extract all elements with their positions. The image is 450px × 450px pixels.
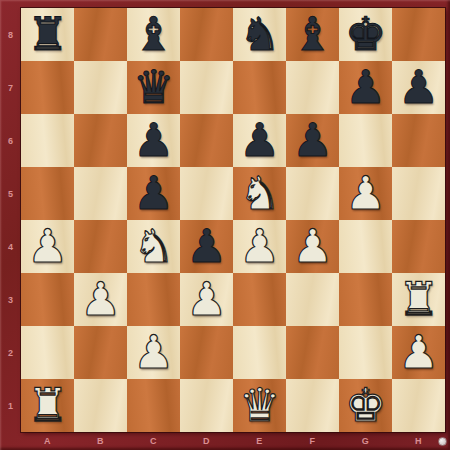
piece-black-pawn[interactable]: ♟ (239, 114, 280, 167)
piece-white-pawn[interactable]: ♟ (186, 273, 227, 326)
square-g7[interactable]: ♟ (339, 61, 392, 114)
file-label-f: F (286, 432, 339, 450)
square-e2[interactable] (233, 326, 286, 379)
file-label-g: G (339, 432, 392, 450)
rank-label-2: 2 (0, 326, 21, 379)
square-d4[interactable]: ♟ (180, 220, 233, 273)
square-c1[interactable] (127, 379, 180, 432)
square-h1[interactable] (392, 379, 445, 432)
square-e1[interactable]: ♛ (233, 379, 286, 432)
piece-black-king[interactable]: ♚ (345, 8, 386, 61)
square-d8[interactable] (180, 8, 233, 61)
square-c5[interactable]: ♟ (127, 167, 180, 220)
square-h5[interactable] (392, 167, 445, 220)
rank-label-3: 3 (0, 273, 21, 326)
square-a1[interactable]: ♜ (21, 379, 74, 432)
square-h7[interactable]: ♟ (392, 61, 445, 114)
square-g4[interactable] (339, 220, 392, 273)
piece-black-bishop[interactable]: ♝ (133, 8, 174, 61)
piece-white-pawn[interactable]: ♟ (292, 220, 333, 273)
chess-board: ♜♝♞♝♚♛♟♟♟♟♟♟♞♟♟♞♟♟♟♟♟♜♟♟♜♛♚ (21, 8, 445, 432)
piece-white-pawn[interactable]: ♟ (239, 220, 280, 273)
file-label-b: B (74, 432, 127, 450)
piece-black-bishop[interactable]: ♝ (292, 8, 333, 61)
piece-white-pawn[interactable]: ♟ (133, 326, 174, 379)
square-e5[interactable]: ♞ (233, 167, 286, 220)
square-b2[interactable] (74, 326, 127, 379)
square-h2[interactable]: ♟ (392, 326, 445, 379)
file-label-e: E (233, 432, 286, 450)
square-a3[interactable] (21, 273, 74, 326)
square-b1[interactable] (74, 379, 127, 432)
piece-black-pawn[interactable]: ♟ (133, 114, 174, 167)
square-e8[interactable]: ♞ (233, 8, 286, 61)
piece-black-knight[interactable]: ♞ (239, 8, 280, 61)
square-g1[interactable]: ♚ (339, 379, 392, 432)
rank-labels: 87654321 (0, 8, 21, 432)
square-b4[interactable] (74, 220, 127, 273)
piece-white-knight[interactable]: ♞ (133, 220, 174, 273)
piece-black-pawn[interactable]: ♟ (292, 114, 333, 167)
piece-black-rook[interactable]: ♜ (27, 8, 68, 61)
chess-board-frame: ♜♝♞♝♚♛♟♟♟♟♟♟♞♟♟♞♟♟♟♟♟♜♟♟♜♛♚ 87654321 ABC… (0, 0, 450, 450)
piece-white-knight[interactable]: ♞ (239, 167, 280, 220)
square-h6[interactable] (392, 114, 445, 167)
square-e4[interactable]: ♟ (233, 220, 286, 273)
piece-white-rook[interactable]: ♜ (27, 379, 68, 432)
piece-black-pawn[interactable]: ♟ (345, 61, 386, 114)
square-h8[interactable] (392, 8, 445, 61)
square-g2[interactable] (339, 326, 392, 379)
rank-label-6: 6 (0, 114, 21, 167)
square-b6[interactable] (74, 114, 127, 167)
square-d6[interactable] (180, 114, 233, 167)
square-f4[interactable]: ♟ (286, 220, 339, 273)
square-b7[interactable] (74, 61, 127, 114)
piece-black-pawn[interactable]: ♟ (133, 167, 174, 220)
square-f5[interactable] (286, 167, 339, 220)
side-to-move-indicator (438, 437, 447, 446)
square-h3[interactable]: ♜ (392, 273, 445, 326)
square-d3[interactable]: ♟ (180, 273, 233, 326)
square-g6[interactable] (339, 114, 392, 167)
rank-label-1: 1 (0, 379, 21, 432)
square-c4[interactable]: ♞ (127, 220, 180, 273)
square-a2[interactable] (21, 326, 74, 379)
square-d2[interactable] (180, 326, 233, 379)
square-f2[interactable] (286, 326, 339, 379)
square-g8[interactable]: ♚ (339, 8, 392, 61)
piece-white-rook[interactable]: ♜ (398, 273, 439, 326)
rank-label-8: 8 (0, 8, 21, 61)
square-f3[interactable] (286, 273, 339, 326)
piece-white-pawn[interactable]: ♟ (27, 220, 68, 273)
square-h4[interactable] (392, 220, 445, 273)
square-a7[interactable] (21, 61, 74, 114)
square-b5[interactable] (74, 167, 127, 220)
file-label-c: C (127, 432, 180, 450)
square-f8[interactable]: ♝ (286, 8, 339, 61)
square-d1[interactable] (180, 379, 233, 432)
piece-white-queen[interactable]: ♛ (239, 379, 280, 432)
square-c8[interactable]: ♝ (127, 8, 180, 61)
square-g3[interactable] (339, 273, 392, 326)
piece-black-pawn[interactable]: ♟ (186, 220, 227, 273)
piece-white-pawn[interactable]: ♟ (80, 273, 121, 326)
piece-white-pawn[interactable]: ♟ (398, 326, 439, 379)
square-a4[interactable]: ♟ (21, 220, 74, 273)
square-g5[interactable]: ♟ (339, 167, 392, 220)
square-e3[interactable] (233, 273, 286, 326)
square-f1[interactable] (286, 379, 339, 432)
file-label-d: D (180, 432, 233, 450)
square-d5[interactable] (180, 167, 233, 220)
square-a5[interactable] (21, 167, 74, 220)
square-c3[interactable] (127, 273, 180, 326)
square-b3[interactable]: ♟ (74, 273, 127, 326)
square-e7[interactable] (233, 61, 286, 114)
square-a6[interactable] (21, 114, 74, 167)
square-e6[interactable]: ♟ (233, 114, 286, 167)
piece-black-pawn[interactable]: ♟ (398, 61, 439, 114)
square-f7[interactable] (286, 61, 339, 114)
rank-label-7: 7 (0, 61, 21, 114)
piece-white-king[interactable]: ♚ (345, 379, 386, 432)
rank-label-5: 5 (0, 167, 21, 220)
square-f6[interactable]: ♟ (286, 114, 339, 167)
file-label-a: A (21, 432, 74, 450)
square-a8[interactable]: ♜ (21, 8, 74, 61)
piece-white-pawn[interactable]: ♟ (345, 167, 386, 220)
piece-black-queen[interactable]: ♛ (133, 61, 174, 114)
square-d7[interactable] (180, 61, 233, 114)
square-b8[interactable] (74, 8, 127, 61)
square-c2[interactable]: ♟ (127, 326, 180, 379)
rank-label-4: 4 (0, 220, 21, 273)
square-c7[interactable]: ♛ (127, 61, 180, 114)
square-c6[interactable]: ♟ (127, 114, 180, 167)
file-labels: ABCDEFGH (21, 432, 445, 450)
